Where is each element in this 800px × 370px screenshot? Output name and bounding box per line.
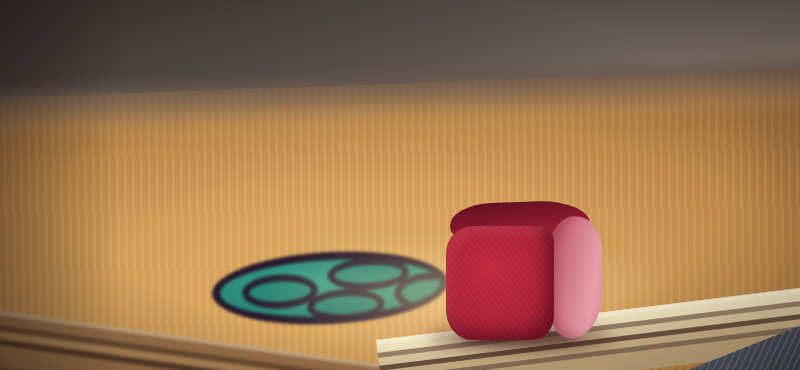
ludo-board-photo <box>0 0 800 370</box>
die-right-face-five <box>548 213 602 342</box>
die-front-face-six <box>446 226 554 340</box>
red-die <box>444 202 604 344</box>
